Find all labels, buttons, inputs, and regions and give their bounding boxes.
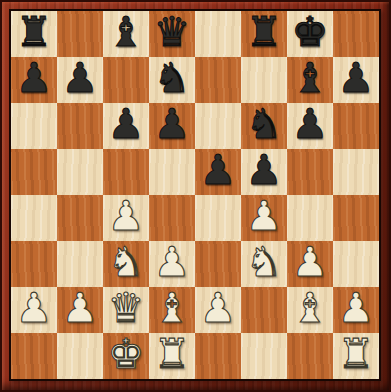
square-c7[interactable] <box>103 57 149 103</box>
square-d4[interactable] <box>149 195 195 241</box>
square-g8[interactable]: ♚ <box>287 11 333 57</box>
piece-white-rook[interactable]: ♜ <box>149 333 195 379</box>
square-e5[interactable]: ♟ <box>195 149 241 195</box>
piece-white-knight[interactable]: ♞ <box>241 241 287 287</box>
piece-white-king[interactable]: ♚ <box>103 333 149 379</box>
square-c1[interactable]: ♚ <box>103 333 149 379</box>
square-g7[interactable]: ♝ <box>287 57 333 103</box>
piece-black-bishop[interactable]: ♝ <box>287 57 333 103</box>
square-g4[interactable] <box>287 195 333 241</box>
piece-white-bishop[interactable]: ♝ <box>149 287 195 333</box>
square-c4[interactable]: ♟ <box>103 195 149 241</box>
piece-black-rook[interactable]: ♜ <box>11 11 57 57</box>
piece-white-pawn[interactable]: ♟ <box>241 195 287 241</box>
square-b4[interactable] <box>57 195 103 241</box>
square-c6[interactable]: ♟ <box>103 103 149 149</box>
piece-white-pawn[interactable]: ♟ <box>103 195 149 241</box>
square-h2[interactable]: ♟ <box>333 287 379 333</box>
square-h5[interactable] <box>333 149 379 195</box>
piece-white-knight[interactable]: ♞ <box>103 241 149 287</box>
square-g3[interactable]: ♟ <box>287 241 333 287</box>
square-f2[interactable] <box>241 287 287 333</box>
square-d3[interactable]: ♟ <box>149 241 195 287</box>
square-e8[interactable] <box>195 11 241 57</box>
square-a7[interactable]: ♟ <box>11 57 57 103</box>
square-c5[interactable] <box>103 149 149 195</box>
square-h7[interactable]: ♟ <box>333 57 379 103</box>
square-e1[interactable] <box>195 333 241 379</box>
square-a6[interactable] <box>11 103 57 149</box>
square-d8[interactable]: ♛ <box>149 11 195 57</box>
square-a8[interactable]: ♜ <box>11 11 57 57</box>
square-b6[interactable] <box>57 103 103 149</box>
square-g5[interactable] <box>287 149 333 195</box>
square-c2[interactable]: ♛ <box>103 287 149 333</box>
square-f3[interactable]: ♞ <box>241 241 287 287</box>
square-h6[interactable] <box>333 103 379 149</box>
square-g1[interactable] <box>287 333 333 379</box>
piece-black-queen[interactable]: ♛ <box>149 11 195 57</box>
square-a2[interactable]: ♟ <box>11 287 57 333</box>
piece-black-pawn[interactable]: ♟ <box>287 103 333 149</box>
square-d5[interactable] <box>149 149 195 195</box>
square-e4[interactable] <box>195 195 241 241</box>
piece-black-knight[interactable]: ♞ <box>241 103 287 149</box>
square-a3[interactable] <box>11 241 57 287</box>
square-b8[interactable] <box>57 11 103 57</box>
square-f8[interactable]: ♜ <box>241 11 287 57</box>
square-f5[interactable]: ♟ <box>241 149 287 195</box>
chessboard-widget: ♜♝♛♜♚♟♟♞♝♟♟♟♞♟♟♟♟♟♞♟♞♟♟♟♛♝♟♝♟♚♜♜ <box>0 0 391 392</box>
square-g6[interactable]: ♟ <box>287 103 333 149</box>
square-f6[interactable]: ♞ <box>241 103 287 149</box>
square-d6[interactable]: ♟ <box>149 103 195 149</box>
square-d7[interactable]: ♞ <box>149 57 195 103</box>
square-f7[interactable] <box>241 57 287 103</box>
square-b5[interactable] <box>57 149 103 195</box>
square-h8[interactable] <box>333 11 379 57</box>
square-d1[interactable]: ♜ <box>149 333 195 379</box>
square-b2[interactable]: ♟ <box>57 287 103 333</box>
piece-white-rook[interactable]: ♜ <box>333 333 379 379</box>
piece-black-pawn[interactable]: ♟ <box>57 57 103 103</box>
square-c8[interactable]: ♝ <box>103 11 149 57</box>
piece-black-pawn[interactable]: ♟ <box>195 149 241 195</box>
piece-black-knight[interactable]: ♞ <box>149 57 195 103</box>
piece-black-pawn[interactable]: ♟ <box>103 103 149 149</box>
piece-white-pawn[interactable]: ♟ <box>57 287 103 333</box>
piece-white-pawn[interactable]: ♟ <box>11 287 57 333</box>
square-h4[interactable] <box>333 195 379 241</box>
piece-black-king[interactable]: ♚ <box>287 11 333 57</box>
square-a4[interactable] <box>11 195 57 241</box>
square-g2[interactable]: ♝ <box>287 287 333 333</box>
square-b3[interactable] <box>57 241 103 287</box>
square-b1[interactable] <box>57 333 103 379</box>
square-h3[interactable] <box>333 241 379 287</box>
square-e7[interactable] <box>195 57 241 103</box>
piece-white-bishop[interactable]: ♝ <box>287 287 333 333</box>
piece-white-pawn[interactable]: ♟ <box>149 241 195 287</box>
piece-black-pawn[interactable]: ♟ <box>11 57 57 103</box>
square-a5[interactable] <box>11 149 57 195</box>
square-e2[interactable]: ♟ <box>195 287 241 333</box>
piece-white-queen[interactable]: ♛ <box>103 287 149 333</box>
piece-white-pawn[interactable]: ♟ <box>195 287 241 333</box>
square-e6[interactable] <box>195 103 241 149</box>
chess-board: ♜♝♛♜♚♟♟♞♝♟♟♟♞♟♟♟♟♟♞♟♞♟♟♟♛♝♟♝♟♚♜♜ <box>9 9 381 381</box>
piece-black-pawn[interactable]: ♟ <box>241 149 287 195</box>
piece-white-pawn[interactable]: ♟ <box>287 241 333 287</box>
square-h1[interactable]: ♜ <box>333 333 379 379</box>
square-f4[interactable]: ♟ <box>241 195 287 241</box>
piece-black-pawn[interactable]: ♟ <box>333 57 379 103</box>
square-e3[interactable] <box>195 241 241 287</box>
piece-black-rook[interactable]: ♜ <box>241 11 287 57</box>
square-c3[interactable]: ♞ <box>103 241 149 287</box>
piece-black-bishop[interactable]: ♝ <box>103 11 149 57</box>
square-f1[interactable] <box>241 333 287 379</box>
piece-black-pawn[interactable]: ♟ <box>149 103 195 149</box>
square-d2[interactable]: ♝ <box>149 287 195 333</box>
square-a1[interactable] <box>11 333 57 379</box>
square-b7[interactable]: ♟ <box>57 57 103 103</box>
piece-white-pawn[interactable]: ♟ <box>333 287 379 333</box>
